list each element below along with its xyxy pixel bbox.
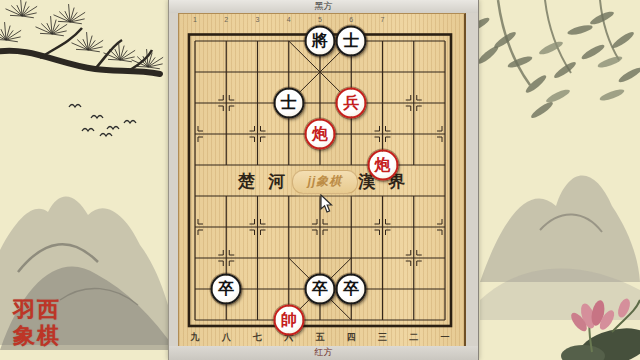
piece-black-卒[interactable]: 卒 <box>336 274 367 305</box>
piece-glyph: 卒 <box>343 279 359 300</box>
file-label: 7 <box>381 16 385 23</box>
mountains-right-art <box>480 176 640 320</box>
birds-art <box>69 105 136 137</box>
app-screen: 羽西 象棋 黑方 楚河 jj象棋 漢界 1234567九八七六五四三二一 將士士… <box>0 0 640 360</box>
xiangqi-board[interactable]: 楚河 jj象棋 漢界 1234567九八七六五四三二一 將士士兵炮炮卒卒卒帥 <box>178 13 466 349</box>
piece-red-帥[interactable]: 帥 <box>273 305 304 336</box>
piece-black-將[interactable]: 將 <box>305 26 336 57</box>
file-label: 2 <box>224 16 228 23</box>
game-window: 黑方 楚河 jj象棋 漢界 1234567九八七六五四三二一 將士士兵炮炮卒卒卒… <box>168 0 479 360</box>
file-label: 1 <box>193 16 197 23</box>
mouse-cursor <box>320 194 334 214</box>
piece-red-炮[interactable]: 炮 <box>367 150 398 181</box>
piece-glyph: 炮 <box>312 124 328 145</box>
piece-glyph: 卒 <box>312 279 328 300</box>
piece-black-士[interactable]: 士 <box>336 26 367 57</box>
file-label: 3 <box>256 16 260 23</box>
piece-glyph: 兵 <box>343 93 359 114</box>
file-label: 四 <box>347 331 356 344</box>
pine-branch-art <box>0 0 163 136</box>
file-label: 三 <box>378 331 387 344</box>
file-label: 七 <box>253 331 262 344</box>
channel-watermark: 羽西 象棋 <box>13 297 61 349</box>
piece-glyph: 士 <box>281 93 297 114</box>
piece-glyph: 將 <box>312 31 328 52</box>
bamboo-art <box>465 0 640 120</box>
black-side-label: 黑方 <box>169 0 478 13</box>
file-label: 九 <box>191 331 200 344</box>
piece-glyph: 炮 <box>375 155 391 176</box>
file-label: 4 <box>287 16 291 23</box>
watermark-line1: 羽西 <box>13 297 61 323</box>
piece-glyph: 卒 <box>218 279 234 300</box>
file-label: 一 <box>441 331 450 344</box>
jj-xiangqi-logo: jj象棋 <box>292 170 358 194</box>
file-label: 二 <box>409 331 418 344</box>
file-label: 6 <box>349 16 353 23</box>
piece-red-炮[interactable]: 炮 <box>305 119 336 150</box>
piece-black-士[interactable]: 士 <box>273 88 304 119</box>
piece-glyph: 士 <box>343 31 359 52</box>
file-label: 五 <box>316 331 325 344</box>
piece-black-卒[interactable]: 卒 <box>211 274 242 305</box>
red-side-label: 红方 <box>169 346 478 360</box>
piece-glyph: 帥 <box>281 310 297 331</box>
piece-black-卒[interactable]: 卒 <box>305 274 336 305</box>
watermark-line2: 象棋 <box>13 323 61 349</box>
piece-red-兵[interactable]: 兵 <box>336 88 367 119</box>
river-text-chu-he: 楚河 <box>238 170 298 193</box>
file-label: 5 <box>318 16 322 23</box>
file-label: 八 <box>222 331 231 344</box>
